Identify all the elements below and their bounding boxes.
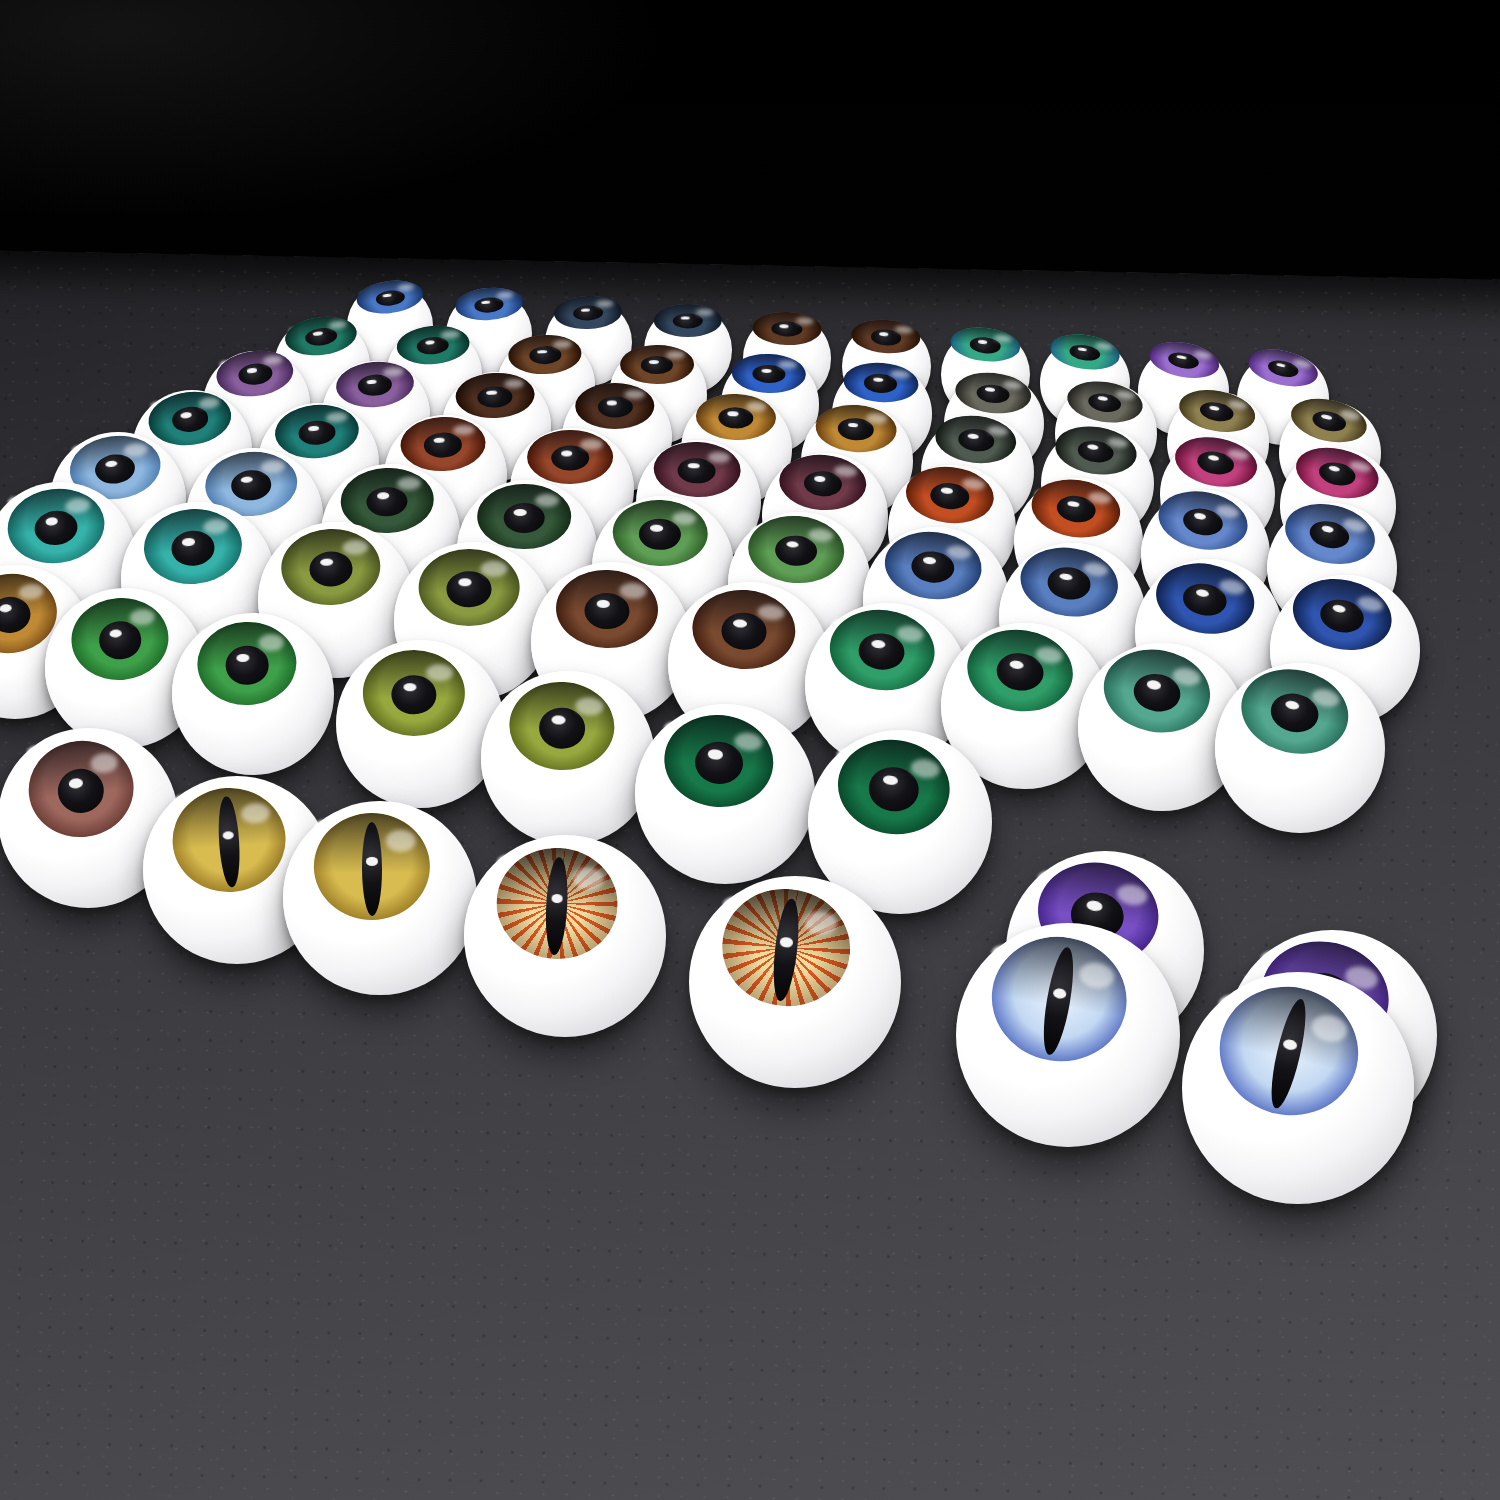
pupil-round [929, 481, 970, 511]
pupil-round [1196, 448, 1236, 476]
pupil-round [309, 550, 354, 587]
iris-brown [850, 317, 922, 355]
pupil-round [375, 288, 406, 306]
pupil-round [551, 445, 589, 470]
pupil-round [866, 765, 921, 815]
pupil-slit [362, 822, 382, 916]
photo-stage [0, 0, 1500, 1500]
iris-brown [752, 311, 822, 346]
iris-steelblue [881, 527, 984, 605]
eyeball-r6c2-grassgreen [172, 613, 335, 776]
pupil-round [753, 365, 786, 384]
pupil-round [170, 405, 209, 434]
pupil-slit [217, 796, 242, 888]
iris-bottlegreen [660, 710, 778, 812]
pupil-round [583, 591, 629, 628]
pupil-round [447, 572, 492, 608]
pupil-round [693, 739, 745, 786]
pupil-round [474, 297, 505, 314]
pupil-round [837, 417, 874, 441]
eyeball-r6c5-bottlegreen [635, 704, 815, 884]
iris-bottlegreen [831, 733, 956, 842]
iris-yellowcat [314, 813, 431, 921]
pupil-round [33, 508, 79, 547]
pupil-slit [1264, 996, 1312, 1111]
pupil-round [774, 534, 818, 568]
iris-jade [746, 513, 846, 586]
pupil-round [969, 336, 1001, 355]
pupil-round [957, 428, 995, 453]
pupil-round [994, 650, 1046, 694]
iris-chocolate [508, 334, 583, 376]
pupil-round [803, 469, 843, 497]
pupil-round [720, 611, 768, 651]
pupil-round [641, 356, 674, 374]
pupil-round [864, 374, 898, 394]
pupil-round [573, 305, 604, 321]
pupil-round [1316, 459, 1357, 489]
eyeball-r6c3-limeolive [336, 640, 504, 808]
pupil-round [1055, 493, 1098, 525]
iris-violet [1245, 343, 1322, 392]
pupil-round [225, 645, 270, 685]
iris-maroon [652, 441, 740, 499]
pupil-round [976, 382, 1011, 404]
pupil-round [1087, 391, 1123, 414]
iris-chocolate [620, 345, 694, 384]
eyeball-r6c4-limeolive [481, 671, 654, 844]
pupil-slit [1038, 946, 1079, 1057]
pupil-round [1311, 409, 1348, 435]
iris-olivegreen [418, 549, 519, 627]
pupil-slit [770, 898, 803, 1003]
pupil-round [1130, 670, 1183, 716]
iris-orangecat [717, 883, 857, 1014]
iris-emerald [826, 604, 939, 695]
pupil-round [677, 457, 716, 484]
pupil-round [1181, 505, 1225, 538]
iris-turquoise [3, 483, 108, 568]
iris-seagreen [1097, 641, 1218, 742]
pupil-round [538, 706, 586, 749]
pupil-round [171, 529, 217, 567]
pupil-round [392, 675, 437, 715]
iris-auburn [400, 415, 487, 473]
pupil-round [357, 373, 393, 396]
pupil-round [0, 594, 33, 635]
pupil-round [367, 486, 409, 517]
pupil-round [237, 362, 273, 387]
pupil-round [857, 631, 907, 673]
iris-limeolive [363, 649, 466, 736]
iris-orangered [903, 463, 997, 528]
iris-grassgreen [68, 594, 171, 683]
iris-limeolive [507, 679, 617, 773]
pupil-round [55, 766, 106, 816]
pupil-round [1307, 517, 1352, 552]
pupil-round [1045, 565, 1092, 602]
pupil-round [718, 407, 754, 429]
iris-khaki [1287, 392, 1371, 449]
eyeball-r5c9-seagreen [1215, 663, 1385, 833]
pupil-round [230, 469, 273, 502]
eyeball-grid [0, 0, 1500, 1500]
iris-darkslate [653, 304, 722, 337]
eyeball-r7c2-yellowcat [283, 801, 477, 995]
pupil-round [305, 326, 339, 347]
iris-darkslate [554, 295, 623, 331]
iris-grassgreen [196, 620, 298, 707]
pupil-round [1267, 690, 1322, 738]
iris-orangecat [494, 845, 620, 962]
iris-rosybrown [23, 735, 139, 843]
pupil-round [94, 452, 137, 486]
iris-tealgreen [949, 324, 1022, 365]
pupil-round [503, 503, 544, 533]
iris-chestnut [690, 586, 799, 672]
pupil-round [417, 336, 450, 356]
pupil-round [910, 549, 956, 584]
pupil-round [1181, 580, 1230, 619]
iris-olivegreen [280, 527, 383, 607]
pupil-round [771, 321, 802, 337]
pupil-round [1316, 595, 1366, 636]
pupil-round [870, 328, 902, 345]
pupil-round [424, 432, 462, 458]
pupil-round [1199, 400, 1236, 424]
iris-chestnut [554, 568, 659, 649]
pupil-round [673, 314, 703, 329]
iris-honey [695, 393, 777, 442]
pupil-round [1068, 343, 1101, 363]
pupil-round [1077, 438, 1116, 465]
pupil-slit [544, 857, 570, 956]
iris-blue [355, 277, 426, 317]
pupil-round [639, 518, 682, 550]
eyeball-r7c4-orangecat [689, 876, 902, 1089]
iris-bluecat [982, 927, 1135, 1072]
iris-turquoise [141, 505, 245, 588]
pupil-round [529, 346, 562, 365]
eyeball-r7c5-bluecat [956, 923, 1180, 1147]
iris-emerald [961, 623, 1078, 719]
iris-forestgreen [477, 484, 571, 550]
iris-jade [612, 498, 709, 567]
iris-violet [1146, 337, 1222, 384]
iris-maroon [778, 452, 869, 514]
eyeball-r7c6-bluecat [1182, 972, 1414, 1204]
pupil-round [297, 419, 336, 447]
pupil-round [1266, 357, 1300, 379]
eyeball-r7c3-orangecat [464, 835, 665, 1036]
iris-bluecat [1207, 973, 1371, 1129]
iris-smokegray [1065, 376, 1146, 427]
iris-darkbrown [576, 383, 656, 429]
iris-blue [454, 286, 524, 324]
pupil-round [477, 385, 513, 407]
iris-tealgreen [1047, 330, 1121, 374]
pupil-round [598, 397, 633, 418]
pupil-round [97, 620, 143, 661]
iris-auburn [527, 429, 613, 484]
iris-yellowcat [170, 784, 289, 895]
pupil-round [1167, 350, 1200, 371]
